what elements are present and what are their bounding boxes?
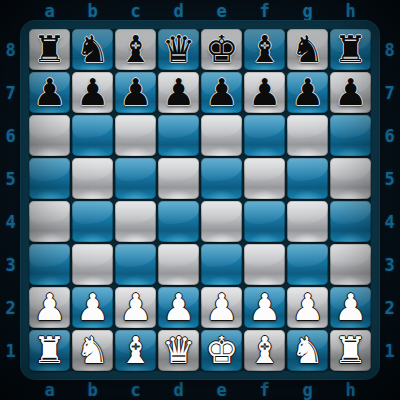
square-c7[interactable]: ♟ xyxy=(115,72,156,113)
rank-labels-right: 87654321 xyxy=(379,29,400,371)
file-label-a: a xyxy=(29,0,70,21)
board-grid: ♜♞♝♛♚♝♞♜♟♟♟♟♟♟♟♟♟♟♟♟♟♟♟♟♜♞♝♛♚♝♞♜ xyxy=(29,29,371,371)
piece-white-pawn[interactable]: ♟ xyxy=(33,287,66,328)
square-a2[interactable]: ♟ xyxy=(29,287,70,328)
piece-white-knight[interactable]: ♞ xyxy=(291,330,324,371)
rank-label-7: 7 xyxy=(0,72,21,113)
file-label-e: e xyxy=(201,379,242,400)
file-labels-bottom: abcdefgh xyxy=(29,379,371,400)
rank-label-6: 6 xyxy=(379,115,400,156)
file-label-f: f xyxy=(244,0,285,21)
square-g2[interactable]: ♟ xyxy=(287,287,328,328)
rank-label-2: 2 xyxy=(379,287,400,328)
piece-black-pawn[interactable]: ♟ xyxy=(162,72,195,113)
rank-label-2: 2 xyxy=(0,287,21,328)
piece-black-knight[interactable]: ♞ xyxy=(291,29,324,70)
piece-white-rook[interactable]: ♜ xyxy=(33,330,66,371)
piece-black-queen[interactable]: ♛ xyxy=(162,29,195,70)
rank-label-1: 1 xyxy=(379,330,400,371)
square-c4[interactable] xyxy=(115,201,156,242)
square-d2[interactable]: ♟ xyxy=(158,287,199,328)
rank-label-5: 5 xyxy=(379,158,400,199)
square-f4[interactable] xyxy=(244,201,285,242)
square-h2[interactable]: ♟ xyxy=(330,287,371,328)
square-h6[interactable] xyxy=(330,115,371,156)
square-a5[interactable] xyxy=(29,158,70,199)
square-e3[interactable] xyxy=(201,244,242,285)
square-b3[interactable] xyxy=(72,244,113,285)
square-f1[interactable]: ♝ xyxy=(244,330,285,371)
square-b2[interactable]: ♟ xyxy=(72,287,113,328)
file-labels-top: abcdefgh xyxy=(29,0,371,21)
chess-board: ♜♞♝♛♚♝♞♜♟♟♟♟♟♟♟♟♟♟♟♟♟♟♟♟♜♞♝♛♚♝♞♜ xyxy=(21,21,379,379)
square-c8[interactable]: ♝ xyxy=(115,29,156,70)
square-c2[interactable]: ♟ xyxy=(115,287,156,328)
file-label-b: b xyxy=(72,379,113,400)
piece-white-pawn[interactable]: ♟ xyxy=(162,287,195,328)
piece-black-bishop[interactable]: ♝ xyxy=(119,29,152,70)
piece-black-knight[interactable]: ♞ xyxy=(76,29,109,70)
rank-label-6: 6 xyxy=(0,115,21,156)
square-d4[interactable] xyxy=(158,201,199,242)
piece-white-pawn[interactable]: ♟ xyxy=(205,287,238,328)
file-label-a: a xyxy=(29,379,70,400)
square-b4[interactable] xyxy=(72,201,113,242)
piece-white-king[interactable]: ♚ xyxy=(205,330,238,371)
piece-black-rook[interactable]: ♜ xyxy=(33,29,66,70)
chess-app: abcdefgh 87654321 87654321 abcdefgh ♜♞♝♛… xyxy=(0,0,400,400)
piece-black-bishop[interactable]: ♝ xyxy=(248,29,281,70)
square-h1[interactable]: ♜ xyxy=(330,330,371,371)
piece-white-knight[interactable]: ♞ xyxy=(76,330,109,371)
square-g6[interactable] xyxy=(287,115,328,156)
square-a8[interactable]: ♜ xyxy=(29,29,70,70)
square-d5[interactable] xyxy=(158,158,199,199)
square-f5[interactable] xyxy=(244,158,285,199)
piece-white-bishop[interactable]: ♝ xyxy=(119,330,152,371)
piece-black-pawn[interactable]: ♟ xyxy=(119,72,152,113)
square-c5[interactable] xyxy=(115,158,156,199)
square-a4[interactable] xyxy=(29,201,70,242)
file-label-h: h xyxy=(330,379,371,400)
piece-white-bishop[interactable]: ♝ xyxy=(248,330,281,371)
file-label-f: f xyxy=(244,379,285,400)
square-h7[interactable]: ♟ xyxy=(330,72,371,113)
square-f2[interactable]: ♟ xyxy=(244,287,285,328)
square-g5[interactable] xyxy=(287,158,328,199)
square-e2[interactable]: ♟ xyxy=(201,287,242,328)
rank-label-5: 5 xyxy=(0,158,21,199)
piece-white-rook[interactable]: ♜ xyxy=(334,330,367,371)
piece-white-pawn[interactable]: ♟ xyxy=(119,287,152,328)
piece-white-pawn[interactable]: ♟ xyxy=(334,287,367,328)
file-label-d: d xyxy=(158,0,199,21)
piece-black-rook[interactable]: ♜ xyxy=(334,29,367,70)
square-h4[interactable] xyxy=(330,201,371,242)
file-label-d: d xyxy=(158,379,199,400)
square-g1[interactable]: ♞ xyxy=(287,330,328,371)
square-b8[interactable]: ♞ xyxy=(72,29,113,70)
piece-black-pawn[interactable]: ♟ xyxy=(291,72,324,113)
square-a7[interactable]: ♟ xyxy=(29,72,70,113)
rank-label-8: 8 xyxy=(0,29,21,70)
square-e5[interactable] xyxy=(201,158,242,199)
square-e8[interactable]: ♚ xyxy=(201,29,242,70)
file-label-b: b xyxy=(72,0,113,21)
square-d1[interactable]: ♛ xyxy=(158,330,199,371)
square-c6[interactable] xyxy=(115,115,156,156)
square-c1[interactable]: ♝ xyxy=(115,330,156,371)
piece-black-pawn[interactable]: ♟ xyxy=(248,72,281,113)
square-g8[interactable]: ♞ xyxy=(287,29,328,70)
rank-label-4: 4 xyxy=(0,201,21,242)
file-label-h: h xyxy=(330,0,371,21)
square-d7[interactable]: ♟ xyxy=(158,72,199,113)
piece-white-pawn[interactable]: ♟ xyxy=(248,287,281,328)
square-c3[interactable] xyxy=(115,244,156,285)
square-g7[interactable]: ♟ xyxy=(287,72,328,113)
square-e7[interactable]: ♟ xyxy=(201,72,242,113)
square-f3[interactable] xyxy=(244,244,285,285)
square-a1[interactable]: ♜ xyxy=(29,330,70,371)
rank-label-3: 3 xyxy=(0,244,21,285)
square-d8[interactable]: ♛ xyxy=(158,29,199,70)
file-label-e: e xyxy=(201,0,242,21)
piece-black-pawn[interactable]: ♟ xyxy=(76,72,109,113)
rank-label-7: 7 xyxy=(379,72,400,113)
square-f7[interactable]: ♟ xyxy=(244,72,285,113)
piece-white-queen[interactable]: ♛ xyxy=(162,330,195,371)
square-d3[interactable] xyxy=(158,244,199,285)
file-label-g: g xyxy=(287,0,328,21)
rank-label-8: 8 xyxy=(379,29,400,70)
square-d6[interactable] xyxy=(158,115,199,156)
file-label-c: c xyxy=(115,379,156,400)
rank-labels-left: 87654321 xyxy=(0,29,21,371)
square-b7[interactable]: ♟ xyxy=(72,72,113,113)
square-b5[interactable] xyxy=(72,158,113,199)
square-b1[interactable]: ♞ xyxy=(72,330,113,371)
square-f8[interactable]: ♝ xyxy=(244,29,285,70)
square-b6[interactable] xyxy=(72,115,113,156)
rank-label-3: 3 xyxy=(379,244,400,285)
piece-black-king[interactable]: ♚ xyxy=(205,29,238,70)
square-h5[interactable] xyxy=(330,158,371,199)
file-label-c: c xyxy=(115,0,156,21)
piece-black-pawn[interactable]: ♟ xyxy=(205,72,238,113)
rank-label-4: 4 xyxy=(379,201,400,242)
square-f6[interactable] xyxy=(244,115,285,156)
square-e6[interactable] xyxy=(201,115,242,156)
piece-black-pawn[interactable]: ♟ xyxy=(33,72,66,113)
square-a3[interactable] xyxy=(29,244,70,285)
square-g4[interactable] xyxy=(287,201,328,242)
square-g3[interactable] xyxy=(287,244,328,285)
square-h3[interactable] xyxy=(330,244,371,285)
square-e1[interactable]: ♚ xyxy=(201,330,242,371)
piece-white-pawn[interactable]: ♟ xyxy=(76,287,109,328)
piece-white-pawn[interactable]: ♟ xyxy=(291,287,324,328)
square-e4[interactable] xyxy=(201,201,242,242)
square-h8[interactable]: ♜ xyxy=(330,29,371,70)
file-label-g: g xyxy=(287,379,328,400)
piece-black-pawn[interactable]: ♟ xyxy=(334,72,367,113)
rank-label-1: 1 xyxy=(0,330,21,371)
square-a6[interactable] xyxy=(29,115,70,156)
